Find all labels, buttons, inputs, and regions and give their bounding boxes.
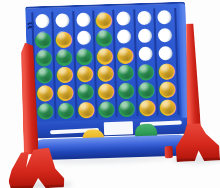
yellow-disc: ● [158, 99, 177, 114]
cell-r1c6 [135, 9, 156, 27]
cell-r2c7 [156, 26, 176, 44]
cell-r1c5 [115, 9, 136, 27]
connect-four-grid: ●●●●●●●●●●●●●●●●●●●●●●●●●●●●●● [31, 8, 179, 120]
cell-r6c7: ● [158, 97, 178, 115]
empty-hole [117, 29, 131, 43]
green-disc: ● [56, 102, 75, 117]
green-disc: ● [36, 103, 55, 118]
empty-hole [158, 10, 172, 24]
product-photo: ●●●●●●●●●●●●●●●●●●●●●●●●●●●●●● [0, 0, 220, 188]
cell-r1c3 [74, 10, 95, 28]
cell-r6c2: ● [56, 100, 77, 118]
cell-r6c6: ● [138, 98, 159, 116]
green-disc: ● [117, 100, 136, 115]
empty-hole [138, 28, 152, 42]
connect-four-unit: ●●●●●●●●●●●●●●●●●●●●●●●●●●●●●● [0, 0, 220, 188]
right-foot-toe-peg [165, 146, 173, 158]
cell-r2c6 [135, 26, 156, 44]
cell-r6c4: ● [97, 99, 118, 117]
empty-hole [158, 28, 172, 42]
empty-hole [76, 12, 90, 26]
cell-r6c3: ● [77, 100, 98, 118]
green-disc: ● [97, 101, 116, 116]
empty-hole [137, 11, 151, 25]
empty-hole [117, 11, 131, 25]
game-board: ●●●●●●●●●●●●●●●●●●●●●●●●●●●●●● [25, 2, 189, 123]
yellow-disc: ● [77, 102, 96, 117]
cell-r6c1: ● [36, 101, 57, 119]
cell-r1c7 [155, 8, 175, 26]
empty-hole [77, 30, 91, 44]
tray-center-opening [104, 121, 133, 135]
cell-r6c5: ● [117, 98, 138, 116]
yellow-disc: ● [138, 100, 157, 115]
